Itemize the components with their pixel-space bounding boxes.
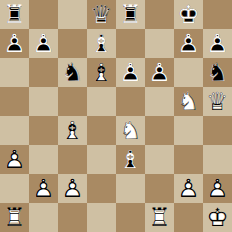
square-h8[interactable] bbox=[203, 0, 232, 29]
piece-black-knight-h6[interactable]: ♞♘ bbox=[203, 58, 232, 87]
piece-black-king-g8[interactable]: ♚♔ bbox=[174, 0, 203, 29]
pawn-outline-glyph: ♙ bbox=[58, 174, 87, 203]
square-e5[interactable] bbox=[116, 87, 145, 116]
square-g8[interactable]: ♚♔ bbox=[174, 0, 203, 29]
square-b8[interactable] bbox=[29, 0, 58, 29]
piece-white-pawn-g2[interactable]: ♟♙ bbox=[174, 174, 203, 203]
square-e8[interactable]: ♜♖ bbox=[116, 0, 145, 29]
piece-white-knight-g5[interactable]: ♞♘ bbox=[174, 87, 203, 116]
king-outline-glyph: ♔ bbox=[174, 0, 203, 29]
piece-black-rook-e8[interactable]: ♜♖ bbox=[116, 0, 145, 29]
square-a8[interactable]: ♜♖ bbox=[0, 0, 29, 29]
piece-black-pawn-h7[interactable]: ♟♙ bbox=[203, 29, 232, 58]
knight-outline-glyph: ♘ bbox=[203, 58, 232, 87]
square-f8[interactable] bbox=[145, 0, 174, 29]
pawn-outline-glyph: ♙ bbox=[0, 145, 29, 174]
square-h2[interactable]: ♟♙ bbox=[203, 174, 232, 203]
square-b3[interactable] bbox=[29, 145, 58, 174]
square-g4[interactable] bbox=[174, 116, 203, 145]
square-c5[interactable] bbox=[58, 87, 87, 116]
square-d8[interactable]: ♛♕ bbox=[87, 0, 116, 29]
square-b2[interactable]: ♟♙ bbox=[29, 174, 58, 203]
square-d2[interactable] bbox=[87, 174, 116, 203]
piece-black-bishop-e3[interactable]: ♝♗ bbox=[116, 145, 145, 174]
piece-white-pawn-a3[interactable]: ♟♙ bbox=[0, 145, 29, 174]
king-outline-glyph: ♔ bbox=[203, 203, 232, 232]
knight-outline-glyph: ♘ bbox=[174, 87, 203, 116]
piece-white-pawn-b2[interactable]: ♟♙ bbox=[29, 174, 58, 203]
piece-black-bishop-d7[interactable]: ♝♗ bbox=[87, 29, 116, 58]
chess-board: ♜♖♛♕♜♖♚♔♟♙♟♙♝♗♟♙♟♙♞♘♝♗♟♙♟♙♞♘♞♘♛♕♝♗♞♘♟♙♝♗… bbox=[0, 0, 232, 232]
piece-white-king-h1[interactable]: ♚♔ bbox=[203, 203, 232, 232]
square-h1[interactable]: ♚♔ bbox=[203, 203, 232, 232]
square-g1[interactable] bbox=[174, 203, 203, 232]
square-c8[interactable] bbox=[58, 0, 87, 29]
knight-outline-glyph: ♘ bbox=[116, 116, 145, 145]
square-c3[interactable] bbox=[58, 145, 87, 174]
square-c4[interactable]: ♝♗ bbox=[58, 116, 87, 145]
knight-outline-glyph: ♘ bbox=[58, 58, 87, 87]
square-f3[interactable] bbox=[145, 145, 174, 174]
piece-white-queen-h5[interactable]: ♛♕ bbox=[203, 87, 232, 116]
piece-white-bishop-d6[interactable]: ♝♗ bbox=[87, 58, 116, 87]
square-b5[interactable] bbox=[29, 87, 58, 116]
square-a7[interactable]: ♟♙ bbox=[0, 29, 29, 58]
piece-black-pawn-g7[interactable]: ♟♙ bbox=[174, 29, 203, 58]
piece-white-pawn-h2[interactable]: ♟♙ bbox=[203, 174, 232, 203]
rook-outline-glyph: ♖ bbox=[0, 203, 29, 232]
pawn-outline-glyph: ♙ bbox=[203, 174, 232, 203]
square-h7[interactable]: ♟♙ bbox=[203, 29, 232, 58]
square-c1[interactable] bbox=[58, 203, 87, 232]
square-d1[interactable] bbox=[87, 203, 116, 232]
square-e7[interactable] bbox=[116, 29, 145, 58]
square-f1[interactable]: ♜♖ bbox=[145, 203, 174, 232]
piece-white-rook-f1[interactable]: ♜♖ bbox=[145, 203, 174, 232]
square-a1[interactable]: ♜♖ bbox=[0, 203, 29, 232]
square-e1[interactable] bbox=[116, 203, 145, 232]
square-a5[interactable] bbox=[0, 87, 29, 116]
bishop-outline-glyph: ♗ bbox=[116, 145, 145, 174]
square-d4[interactable] bbox=[87, 116, 116, 145]
square-e6[interactable]: ♟♙ bbox=[116, 58, 145, 87]
square-g3[interactable] bbox=[174, 145, 203, 174]
square-a4[interactable] bbox=[0, 116, 29, 145]
square-b4[interactable] bbox=[29, 116, 58, 145]
square-d7[interactable]: ♝♗ bbox=[87, 29, 116, 58]
square-d3[interactable] bbox=[87, 145, 116, 174]
square-g7[interactable]: ♟♙ bbox=[174, 29, 203, 58]
piece-black-pawn-b7[interactable]: ♟♙ bbox=[29, 29, 58, 58]
square-b1[interactable] bbox=[29, 203, 58, 232]
square-a2[interactable] bbox=[0, 174, 29, 203]
piece-black-rook-a8[interactable]: ♜♖ bbox=[0, 0, 29, 29]
square-f4[interactable] bbox=[145, 116, 174, 145]
pawn-outline-glyph: ♙ bbox=[174, 29, 203, 58]
pawn-outline-glyph: ♙ bbox=[145, 58, 174, 87]
square-g6[interactable] bbox=[174, 58, 203, 87]
pawn-outline-glyph: ♙ bbox=[203, 29, 232, 58]
piece-white-bishop-c4[interactable]: ♝♗ bbox=[58, 116, 87, 145]
rook-outline-glyph: ♖ bbox=[116, 0, 145, 29]
square-h6[interactable]: ♞♘ bbox=[203, 58, 232, 87]
queen-outline-glyph: ♕ bbox=[87, 0, 116, 29]
square-c6[interactable]: ♞♘ bbox=[58, 58, 87, 87]
piece-white-rook-a1[interactable]: ♜♖ bbox=[0, 203, 29, 232]
piece-black-pawn-f6[interactable]: ♟♙ bbox=[145, 58, 174, 87]
pawn-outline-glyph: ♙ bbox=[174, 174, 203, 203]
square-d5[interactable] bbox=[87, 87, 116, 116]
square-f6[interactable]: ♟♙ bbox=[145, 58, 174, 87]
square-e2[interactable] bbox=[116, 174, 145, 203]
rook-outline-glyph: ♖ bbox=[145, 203, 174, 232]
piece-black-knight-c6[interactable]: ♞♘ bbox=[58, 58, 87, 87]
rook-outline-glyph: ♖ bbox=[0, 0, 29, 29]
bishop-outline-glyph: ♗ bbox=[58, 116, 87, 145]
pawn-outline-glyph: ♙ bbox=[0, 29, 29, 58]
piece-white-pawn-c2[interactable]: ♟♙ bbox=[58, 174, 87, 203]
square-c7[interactable] bbox=[58, 29, 87, 58]
piece-black-pawn-e6[interactable]: ♟♙ bbox=[116, 58, 145, 87]
bishop-outline-glyph: ♗ bbox=[87, 29, 116, 58]
square-c2[interactable]: ♟♙ bbox=[58, 174, 87, 203]
square-f5[interactable] bbox=[145, 87, 174, 116]
square-e3[interactable]: ♝♗ bbox=[116, 145, 145, 174]
square-h5[interactable]: ♛♕ bbox=[203, 87, 232, 116]
square-e4[interactable]: ♞♘ bbox=[116, 116, 145, 145]
square-f2[interactable] bbox=[145, 174, 174, 203]
queen-outline-glyph: ♕ bbox=[203, 87, 232, 116]
bishop-outline-glyph: ♗ bbox=[87, 58, 116, 87]
square-g5[interactable]: ♞♘ bbox=[174, 87, 203, 116]
pawn-outline-glyph: ♙ bbox=[116, 58, 145, 87]
square-b6[interactable] bbox=[29, 58, 58, 87]
square-h4[interactable] bbox=[203, 116, 232, 145]
square-h3[interactable] bbox=[203, 145, 232, 174]
piece-black-queen-d8[interactable]: ♛♕ bbox=[87, 0, 116, 29]
piece-black-pawn-a7[interactable]: ♟♙ bbox=[0, 29, 29, 58]
piece-white-knight-e4[interactable]: ♞♘ bbox=[116, 116, 145, 145]
square-a3[interactable]: ♟♙ bbox=[0, 145, 29, 174]
pawn-outline-glyph: ♙ bbox=[29, 174, 58, 203]
square-f7[interactable] bbox=[145, 29, 174, 58]
square-g2[interactable]: ♟♙ bbox=[174, 174, 203, 203]
square-a6[interactable] bbox=[0, 58, 29, 87]
square-d6[interactable]: ♝♗ bbox=[87, 58, 116, 87]
square-b7[interactable]: ♟♙ bbox=[29, 29, 58, 58]
pawn-outline-glyph: ♙ bbox=[29, 29, 58, 58]
